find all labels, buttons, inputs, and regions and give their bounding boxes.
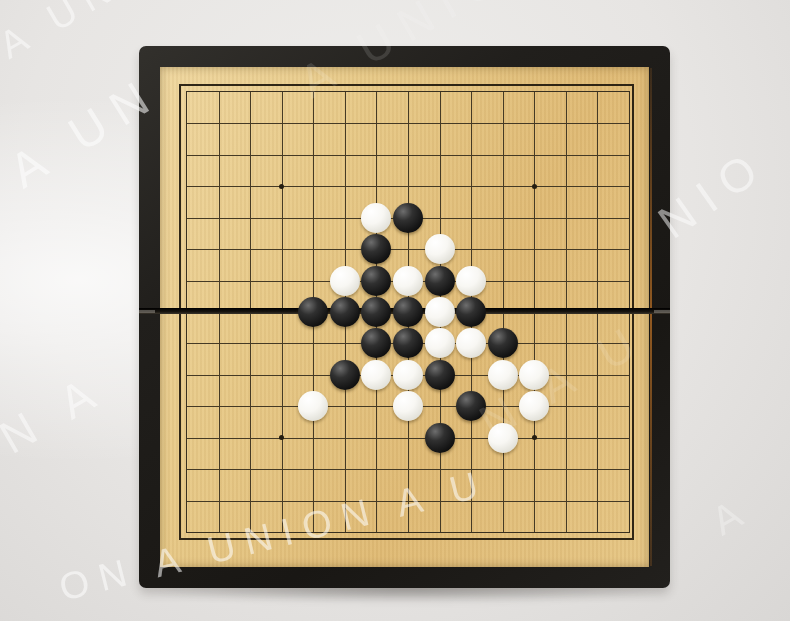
go-board [139,46,670,588]
grid-line-horizontal [187,469,629,470]
black-stone[interactable] [361,297,391,327]
white-stone[interactable] [425,234,455,264]
white-stone[interactable] [519,360,549,390]
watermark-text: ON A [0,361,115,488]
black-stone[interactable] [330,360,360,390]
product-photo-background: { "game": "go", "scene": "overhead produ… [0,0,790,621]
star-point [279,184,284,189]
black-stone[interactable] [456,297,486,327]
white-stone[interactable] [393,266,423,296]
white-stone[interactable] [488,360,518,390]
white-stone[interactable] [361,360,391,390]
hinge-notch-right [654,310,670,313]
black-stone[interactable] [456,391,486,421]
black-stone[interactable] [361,234,391,264]
black-stone[interactable] [330,297,360,327]
black-stone[interactable] [393,328,423,358]
star-point [532,435,537,440]
white-stone[interactable] [425,328,455,358]
star-point [532,184,537,189]
black-stone[interactable] [425,423,455,453]
star-point [279,435,284,440]
white-stone[interactable] [330,266,360,296]
white-stone[interactable] [393,391,423,421]
black-stone[interactable] [361,328,391,358]
black-stone[interactable] [425,266,455,296]
white-stone[interactable] [393,360,423,390]
hinge-notch-left [139,310,155,313]
white-stone[interactable] [298,391,328,421]
white-stone[interactable] [519,391,549,421]
black-stone[interactable] [361,266,391,296]
black-stone[interactable] [393,297,423,327]
watermark-text: A [704,486,759,544]
grid-line-horizontal [187,501,629,502]
black-stone[interactable] [425,360,455,390]
white-stone[interactable] [361,203,391,233]
black-stone[interactable] [488,328,518,358]
black-stone[interactable] [298,297,328,327]
white-stone[interactable] [456,328,486,358]
board-surface [160,67,649,567]
white-stone[interactable] [456,266,486,296]
frame-inner-bevel-highlight [650,68,652,566]
white-stone[interactable] [425,297,455,327]
white-stone[interactable] [488,423,518,453]
watermark-text: A UN [0,0,127,67]
grid-line-horizontal [187,438,629,439]
black-stone[interactable] [393,203,423,233]
